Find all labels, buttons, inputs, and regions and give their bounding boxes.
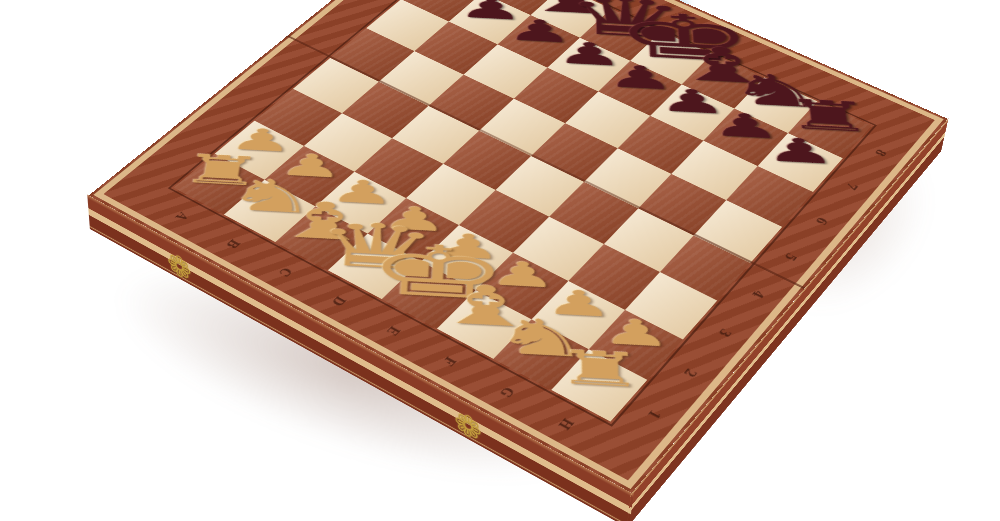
- piece-black-pawn-h7: ♟: [738, 131, 860, 165]
- piece-black-pawn-b7: ♟: [434, 0, 546, 21]
- brass-clasp-icon: ❁: [454, 406, 483, 448]
- square-a4: [293, 58, 379, 113]
- piece-black-pawn-f7: ♟: [633, 83, 751, 116]
- square-d8: [580, 9, 661, 61]
- square-f8: [682, 54, 764, 108]
- square-b4: [342, 82, 428, 139]
- square-c6: [464, 44, 548, 98]
- square-h8: [788, 101, 872, 158]
- square-d5: [479, 99, 565, 156]
- square-c7: [498, 15, 580, 68]
- square-a6: [366, 0, 449, 51]
- piece-black-bishop-f8: ♝: [664, 38, 781, 83]
- square-c5: [428, 75, 513, 131]
- piece-black-pawn-c7: ♟: [482, 13, 595, 44]
- square-b7: [449, 0, 531, 44]
- square-a5: [330, 28, 414, 82]
- piece-black-queen-d8: ♛: [564, 0, 677, 37]
- square-d6: [514, 68, 598, 124]
- scene: ABCDEFGH12345678 ♜♞♝♛♚♝♞♜♟♟♟♟♟♟♟♟♟♟♟♟♟♟♟…: [0, 0, 1000, 521]
- square-g7: [703, 108, 788, 166]
- pieces-layer: ♜♞♝♛♚♝♞♜♟♟♟♟♟♟♟♟♟♟♟♟♟♟♟♟♜♞♝♛♚♝♞♜: [455, 0, 948, 119]
- scene-tilt: ABCDEFGH12345678 ♜♞♝♛♚♝♞♜♟♟♟♟♟♟♟♟♟♟♟♟♟♟♟…: [0, 0, 1000, 521]
- square-b8: [482, 0, 562, 15]
- piece-black-rook-h8: ♜: [768, 92, 889, 132]
- square-e7: [598, 61, 681, 116]
- piece-black-king-e8: ♚: [613, 3, 728, 60]
- rank-label-8: 8: [867, 143, 894, 161]
- piece-black-pawn-d7: ♟: [532, 36, 646, 67]
- chess-board: ABCDEFGH12345678 ♜♞♝♛♚♝♞♜♟♟♟♟♟♟♟♟♟♟♟♟♟♟♟…: [89, 0, 948, 493]
- square-b6: [414, 22, 497, 75]
- square-e8: [630, 31, 712, 84]
- product-photo: ABCDEFGH12345678 ♜♞♝♛♚♝♞♜♟♟♟♟♟♟♟♟♟♟♟♟♟♟♟…: [0, 0, 1000, 521]
- piece-black-pawn-g7: ♟: [685, 107, 805, 140]
- piece-black-pawn-e7: ♟: [582, 59, 698, 91]
- square-d7: [547, 38, 630, 92]
- square-e6: [565, 91, 650, 148]
- square-a7: [401, 0, 482, 22]
- square-a3: [255, 89, 342, 146]
- square-b5: [379, 51, 464, 106]
- square-g8: [734, 77, 817, 133]
- brass-hinge-icon: ❁: [167, 247, 192, 287]
- frame-coordinates: ABCDEFGH12345678: [455, 0, 948, 119]
- square-f7: [650, 84, 734, 140]
- piece-black-knight-g8: ♞: [715, 66, 834, 108]
- square-c8: [531, 0, 612, 38]
